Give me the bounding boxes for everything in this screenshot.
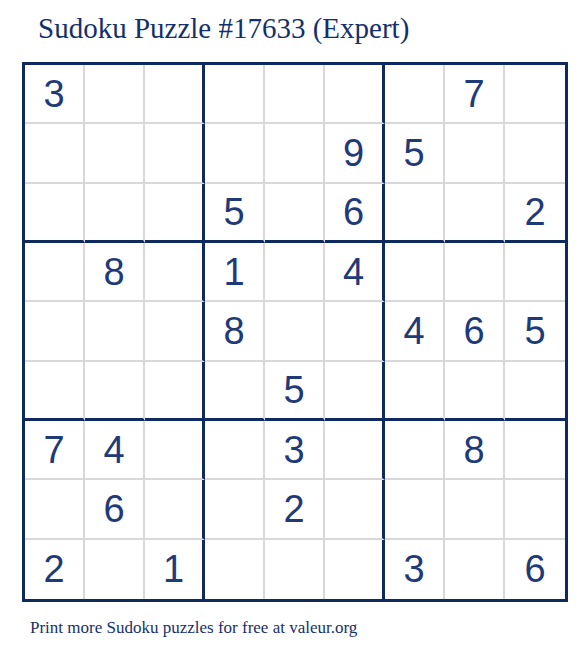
sudoku-cell-r2c3[interactable]	[145, 124, 205, 183]
sudoku-cell-r3c9[interactable]: 2	[505, 184, 565, 243]
sudoku-cell-r8c5[interactable]: 2	[265, 480, 325, 539]
sudoku-cell-r2c6[interactable]: 9	[325, 124, 385, 183]
sudoku-cell-r2c5[interactable]	[265, 124, 325, 183]
sudoku-cell-r7c6[interactable]	[325, 421, 385, 480]
sudoku-cell-r3c2[interactable]	[85, 184, 145, 243]
sudoku-cell-r2c4[interactable]	[205, 124, 265, 183]
sudoku-cell-r3c6[interactable]: 6	[325, 184, 385, 243]
sudoku-cell-r4c4[interactable]: 1	[205, 243, 265, 302]
sudoku-cell-r2c7[interactable]: 5	[385, 124, 445, 183]
sudoku-cell-r5c7[interactable]: 4	[385, 302, 445, 361]
sudoku-cell-r8c6[interactable]	[325, 480, 385, 539]
sudoku-cell-r1c4[interactable]	[205, 65, 265, 124]
sudoku-cell-r4c8[interactable]	[445, 243, 505, 302]
sudoku-cell-r6c6[interactable]	[325, 362, 385, 421]
sudoku-cell-r8c1[interactable]	[25, 480, 85, 539]
sudoku-cell-r4c5[interactable]	[265, 243, 325, 302]
sudoku-cell-r4c6[interactable]: 4	[325, 243, 385, 302]
sudoku-cell-r7c4[interactable]	[205, 421, 265, 480]
sudoku-cell-r2c1[interactable]	[25, 124, 85, 183]
sudoku-page: Sudoku Puzzle #17633 (Expert) 3795562814…	[0, 0, 580, 651]
sudoku-cell-r7c1[interactable]: 7	[25, 421, 85, 480]
sudoku-cell-r3c8[interactable]	[445, 184, 505, 243]
sudoku-cell-r5c6[interactable]	[325, 302, 385, 361]
sudoku-cell-r1c5[interactable]	[265, 65, 325, 124]
sudoku-cell-r5c4[interactable]: 8	[205, 302, 265, 361]
sudoku-cell-r5c1[interactable]	[25, 302, 85, 361]
sudoku-cell-r1c2[interactable]	[85, 65, 145, 124]
sudoku-cell-r6c7[interactable]	[385, 362, 445, 421]
sudoku-cell-r5c9[interactable]: 5	[505, 302, 565, 361]
sudoku-cell-r6c8[interactable]	[445, 362, 505, 421]
sudoku-cell-r1c3[interactable]	[145, 65, 205, 124]
sudoku-cell-r1c1[interactable]: 3	[25, 65, 85, 124]
sudoku-cell-r2c2[interactable]	[85, 124, 145, 183]
sudoku-cell-r6c3[interactable]	[145, 362, 205, 421]
sudoku-cell-r5c8[interactable]: 6	[445, 302, 505, 361]
sudoku-cell-r4c7[interactable]	[385, 243, 445, 302]
sudoku-cell-r6c9[interactable]	[505, 362, 565, 421]
sudoku-cell-r8c2[interactable]: 6	[85, 480, 145, 539]
sudoku-cell-r1c6[interactable]	[325, 65, 385, 124]
sudoku-cell-r3c5[interactable]	[265, 184, 325, 243]
sudoku-cell-r2c9[interactable]	[505, 124, 565, 183]
sudoku-cell-r7c3[interactable]	[145, 421, 205, 480]
sudoku-cell-r7c9[interactable]	[505, 421, 565, 480]
footer-text: Print more Sudoku puzzles for free at va…	[30, 618, 357, 638]
sudoku-cell-r8c7[interactable]	[385, 480, 445, 539]
sudoku-cell-r9c7[interactable]: 3	[385, 540, 445, 599]
sudoku-cell-r4c3[interactable]	[145, 243, 205, 302]
sudoku-cell-r9c8[interactable]	[445, 540, 505, 599]
sudoku-cell-r9c6[interactable]	[325, 540, 385, 599]
sudoku-cell-r8c9[interactable]	[505, 480, 565, 539]
page-title: Sudoku Puzzle #17633 (Expert)	[38, 12, 409, 45]
sudoku-cell-r9c2[interactable]	[85, 540, 145, 599]
sudoku-cell-r6c4[interactable]	[205, 362, 265, 421]
sudoku-cell-r1c7[interactable]	[385, 65, 445, 124]
sudoku-cell-r8c4[interactable]	[205, 480, 265, 539]
sudoku-cell-r6c2[interactable]	[85, 362, 145, 421]
sudoku-cell-r9c4[interactable]	[205, 540, 265, 599]
sudoku-cell-r4c2[interactable]: 8	[85, 243, 145, 302]
sudoku-cell-r7c5[interactable]: 3	[265, 421, 325, 480]
sudoku-cell-r3c3[interactable]	[145, 184, 205, 243]
sudoku-cell-r4c9[interactable]	[505, 243, 565, 302]
sudoku-board: 3795562814846557438622136	[22, 62, 568, 602]
sudoku-cell-r2c8[interactable]	[445, 124, 505, 183]
sudoku-cell-r3c1[interactable]	[25, 184, 85, 243]
sudoku-cell-r5c3[interactable]	[145, 302, 205, 361]
sudoku-cell-r3c7[interactable]	[385, 184, 445, 243]
sudoku-cell-r4c1[interactable]	[25, 243, 85, 302]
sudoku-cell-r3c4[interactable]: 5	[205, 184, 265, 243]
sudoku-cell-r5c5[interactable]	[265, 302, 325, 361]
sudoku-cell-r6c5[interactable]: 5	[265, 362, 325, 421]
sudoku-cell-r8c3[interactable]	[145, 480, 205, 539]
sudoku-cell-r9c5[interactable]	[265, 540, 325, 599]
sudoku-cell-r8c8[interactable]	[445, 480, 505, 539]
sudoku-cell-r9c3[interactable]: 1	[145, 540, 205, 599]
sudoku-cell-r7c7[interactable]	[385, 421, 445, 480]
sudoku-cell-r9c1[interactable]: 2	[25, 540, 85, 599]
sudoku-cell-r7c8[interactable]: 8	[445, 421, 505, 480]
sudoku-cell-r1c9[interactable]	[505, 65, 565, 124]
sudoku-cell-r9c9[interactable]: 6	[505, 540, 565, 599]
sudoku-cell-r6c1[interactable]	[25, 362, 85, 421]
sudoku-cell-r7c2[interactable]: 4	[85, 421, 145, 480]
sudoku-cell-r5c2[interactable]	[85, 302, 145, 361]
sudoku-cell-r1c8[interactable]: 7	[445, 65, 505, 124]
